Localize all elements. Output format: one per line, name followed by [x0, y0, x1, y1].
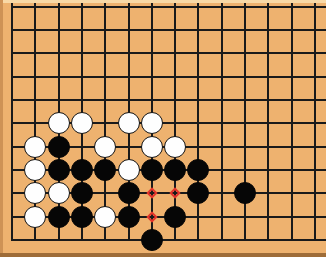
black-stone [141, 229, 163, 251]
white-stone [118, 112, 140, 134]
black-stone [71, 182, 93, 204]
black-stone [48, 206, 70, 228]
white-stone [164, 136, 186, 158]
board-frame-left-shadow [0, 0, 3, 257]
board-frame-top-highlight [0, 0, 326, 3]
black-stone [187, 182, 209, 204]
black-stone [164, 159, 186, 181]
black-stone [94, 159, 116, 181]
white-stone [24, 206, 46, 228]
black-stone [141, 159, 163, 181]
grid-line-horizontal [11, 239, 326, 241]
black-stone [118, 182, 140, 204]
marked-point-red-diamond [169, 188, 180, 199]
white-stone [71, 112, 93, 134]
black-stone [71, 159, 93, 181]
black-stone [234, 182, 256, 204]
white-stone [24, 159, 46, 181]
black-stone [48, 159, 70, 181]
white-stone [24, 136, 46, 158]
grid-line-horizontal [11, 76, 326, 78]
black-stone [118, 206, 140, 228]
white-stone [94, 136, 116, 158]
white-stone [24, 182, 46, 204]
go-diagram [0, 0, 326, 257]
white-stone [94, 206, 116, 228]
marked-point-red-diamond [146, 211, 157, 222]
black-stone [187, 159, 209, 181]
white-stone [141, 136, 163, 158]
grid-line-horizontal [11, 99, 326, 101]
white-stone [48, 112, 70, 134]
black-stone [71, 206, 93, 228]
white-stone [118, 159, 140, 181]
black-stone [48, 136, 70, 158]
black-stone [164, 206, 186, 228]
marked-point-red-diamond [146, 188, 157, 199]
white-stone [48, 182, 70, 204]
board-frame-bottom-shadow [0, 253, 326, 257]
white-stone [141, 112, 163, 134]
grid-line-horizontal [11, 52, 326, 54]
go-board[interactable] [0, 0, 326, 257]
grid-line-horizontal [11, 6, 326, 8]
grid-line-horizontal [11, 29, 326, 31]
